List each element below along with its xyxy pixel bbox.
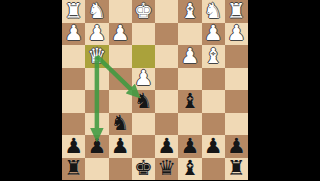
white-pawn[interactable]: ♟ [204,23,223,44]
white-bishop[interactable]: ♝ [204,46,223,67]
square-d1[interactable] [155,0,178,23]
black-knight[interactable]: ♞ [111,113,130,134]
white-rook[interactable]: ♜ [64,1,83,22]
white-pawn[interactable]: ♟ [180,46,199,67]
black-pawn[interactable]: ♟ [180,136,199,157]
square-b5[interactable] [202,90,225,113]
square-a6[interactable] [225,113,248,136]
square-b6[interactable] [202,113,225,136]
black-pawn[interactable]: ♟ [227,136,246,157]
white-knight[interactable]: ♞ [87,1,106,22]
square-h8[interactable]: ♜ [62,158,85,181]
black-pawn[interactable]: ♟ [157,136,176,157]
square-a2[interactable]: ♟ [225,23,248,46]
square-f8[interactable] [109,158,132,181]
square-d3[interactable] [155,45,178,68]
square-h2[interactable]: ♟ [62,23,85,46]
square-f5[interactable] [109,90,132,113]
black-bishop[interactable]: ♝ [180,91,199,112]
black-bishop[interactable]: ♝ [180,158,199,179]
square-h1[interactable]: ♜ [62,0,85,23]
square-g4[interactable] [85,68,108,91]
square-h3[interactable] [62,45,85,68]
square-c3[interactable]: ♟ [178,45,201,68]
black-pawn[interactable]: ♟ [64,136,83,157]
square-f6[interactable]: ♞ [109,113,132,136]
black-rook[interactable]: ♜ [227,158,246,179]
square-a3[interactable] [225,45,248,68]
white-queen[interactable]: ♛ [87,46,106,67]
white-rook[interactable]: ♜ [227,1,246,22]
black-king[interactable]: ♚ [134,158,153,179]
square-b3[interactable]: ♝ [202,45,225,68]
square-g3[interactable]: ♛ [85,45,108,68]
square-h5[interactable] [62,90,85,113]
square-b1[interactable]: ♞ [202,0,225,23]
square-e6[interactable] [132,113,155,136]
white-king[interactable]: ♚ [134,1,153,22]
white-knight[interactable]: ♞ [204,1,223,22]
square-d7[interactable]: ♟ [155,135,178,158]
chess-board: ♜♞♚♝♞♜♟♟♟♟♟♛♟♝♟♞♝♞♟♟♟♟♟♟♟♜♚♛♝♜ [62,0,248,180]
square-e8[interactable]: ♚ [132,158,155,181]
square-e1[interactable]: ♚ [132,0,155,23]
square-g1[interactable]: ♞ [85,0,108,23]
square-h7[interactable]: ♟ [62,135,85,158]
square-b2[interactable]: ♟ [202,23,225,46]
square-e4[interactable]: ♟ [132,68,155,91]
square-g8[interactable] [85,158,108,181]
white-pawn[interactable]: ♟ [64,23,83,44]
square-e5[interactable]: ♞ [132,90,155,113]
square-f4[interactable] [109,68,132,91]
square-b7[interactable]: ♟ [202,135,225,158]
square-d4[interactable] [155,68,178,91]
square-c5[interactable]: ♝ [178,90,201,113]
white-pawn[interactable]: ♟ [87,23,106,44]
black-queen[interactable]: ♛ [157,158,176,179]
square-b4[interactable] [202,68,225,91]
letterbox-background: ♜♞♚♝♞♜♟♟♟♟♟♛♟♝♟♞♝♞♟♟♟♟♟♟♟♜♚♛♝♜ [0,0,320,180]
square-d6[interactable] [155,113,178,136]
square-f3[interactable] [109,45,132,68]
black-pawn[interactable]: ♟ [87,136,106,157]
white-bishop[interactable]: ♝ [180,1,199,22]
square-d8[interactable]: ♛ [155,158,178,181]
square-h4[interactable] [62,68,85,91]
square-c8[interactable]: ♝ [178,158,201,181]
square-a8[interactable]: ♜ [225,158,248,181]
square-c6[interactable] [178,113,201,136]
square-g7[interactable]: ♟ [85,135,108,158]
square-g5[interactable] [85,90,108,113]
white-pawn[interactable]: ♟ [227,23,246,44]
square-d5[interactable] [155,90,178,113]
white-pawn[interactable]: ♟ [134,68,153,89]
square-e3[interactable] [132,45,155,68]
square-a7[interactable]: ♟ [225,135,248,158]
square-c7[interactable]: ♟ [178,135,201,158]
square-g2[interactable]: ♟ [85,23,108,46]
square-g6[interactable] [85,113,108,136]
square-f7[interactable]: ♟ [109,135,132,158]
black-rook[interactable]: ♜ [64,158,83,179]
square-e7[interactable] [132,135,155,158]
square-c2[interactable] [178,23,201,46]
square-e2[interactable] [132,23,155,46]
square-f2[interactable]: ♟ [109,23,132,46]
white-pawn[interactable]: ♟ [111,23,130,44]
square-f1[interactable] [109,0,132,23]
square-b8[interactable] [202,158,225,181]
square-h6[interactable] [62,113,85,136]
black-pawn[interactable]: ♟ [204,136,223,157]
square-c4[interactable] [178,68,201,91]
square-a1[interactable]: ♜ [225,0,248,23]
square-c1[interactable]: ♝ [178,0,201,23]
square-a4[interactable] [225,68,248,91]
black-knight[interactable]: ♞ [134,91,153,112]
black-pawn[interactable]: ♟ [111,136,130,157]
square-a5[interactable] [225,90,248,113]
square-d2[interactable] [155,23,178,46]
